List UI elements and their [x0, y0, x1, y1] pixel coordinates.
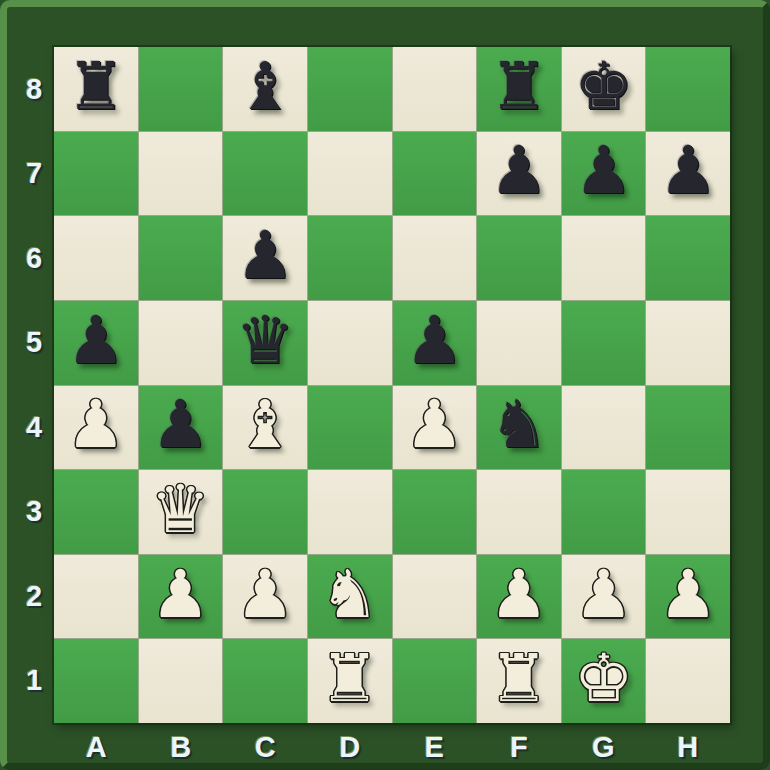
piece-white-pawn[interactable]: ♟: [235, 562, 294, 628]
square-f3[interactable]: [477, 470, 561, 554]
piece-black-knight[interactable]: ♞: [489, 392, 548, 458]
square-a5[interactable]: ♟: [54, 301, 138, 385]
square-b7[interactable]: [139, 132, 223, 216]
square-b6[interactable]: [139, 216, 223, 300]
square-d6[interactable]: [308, 216, 392, 300]
square-h5[interactable]: [646, 301, 730, 385]
piece-black-queen[interactable]: ♛: [235, 308, 294, 374]
rank-label-2: 2: [14, 554, 54, 639]
piece-white-pawn[interactable]: ♟: [405, 392, 464, 458]
square-a2[interactable]: [54, 555, 138, 639]
square-c2[interactable]: ♟: [223, 555, 307, 639]
square-c6[interactable]: ♟: [223, 216, 307, 300]
square-b2[interactable]: ♟: [139, 555, 223, 639]
square-a7[interactable]: [54, 132, 138, 216]
square-c5[interactable]: ♛: [223, 301, 307, 385]
piece-white-pawn[interactable]: ♟: [66, 392, 125, 458]
square-h6[interactable]: [646, 216, 730, 300]
piece-white-king[interactable]: ♚: [574, 646, 633, 712]
square-h8[interactable]: [646, 47, 730, 131]
square-d8[interactable]: [308, 47, 392, 131]
square-e3[interactable]: [393, 470, 477, 554]
square-a3[interactable]: [54, 470, 138, 554]
square-e4[interactable]: ♟: [393, 386, 477, 470]
square-a8[interactable]: ♜: [54, 47, 138, 131]
rank-label-5: 5: [14, 301, 54, 386]
square-e8[interactable]: [393, 47, 477, 131]
square-g4[interactable]: [562, 386, 646, 470]
square-c3[interactable]: [223, 470, 307, 554]
square-h3[interactable]: [646, 470, 730, 554]
square-h1[interactable]: [646, 639, 730, 723]
piece-white-pawn[interactable]: ♟: [489, 562, 548, 628]
square-g6[interactable]: [562, 216, 646, 300]
square-d7[interactable]: [308, 132, 392, 216]
piece-black-rook[interactable]: ♜: [489, 54, 548, 120]
square-b3[interactable]: ♛: [139, 470, 223, 554]
square-g5[interactable]: [562, 301, 646, 385]
piece-white-pawn[interactable]: ♟: [151, 562, 210, 628]
square-a4[interactable]: ♟: [54, 386, 138, 470]
square-d3[interactable]: [308, 470, 392, 554]
rank-label-8: 8: [14, 47, 54, 132]
square-d4[interactable]: [308, 386, 392, 470]
rank-labels: 87654321: [14, 47, 54, 723]
file-label-g: G: [561, 725, 646, 769]
square-c8[interactable]: ♝: [223, 47, 307, 131]
piece-white-rook[interactable]: ♜: [320, 646, 379, 712]
file-label-h: H: [646, 725, 731, 769]
square-g2[interactable]: ♟: [562, 555, 646, 639]
file-label-b: B: [139, 725, 224, 769]
piece-black-king[interactable]: ♚: [574, 54, 633, 120]
rank-label-4: 4: [14, 385, 54, 470]
piece-black-pawn[interactable]: ♟: [235, 223, 294, 289]
square-d2[interactable]: ♞: [308, 555, 392, 639]
square-c4[interactable]: ♝: [223, 386, 307, 470]
square-b1[interactable]: [139, 639, 223, 723]
file-labels: ABCDEFGH: [54, 725, 730, 769]
rank-label-1: 1: [14, 639, 54, 724]
file-label-c: C: [223, 725, 308, 769]
square-c7[interactable]: [223, 132, 307, 216]
square-e6[interactable]: [393, 216, 477, 300]
square-g1[interactable]: ♚: [562, 639, 646, 723]
rank-label-7: 7: [14, 132, 54, 217]
piece-white-bishop[interactable]: ♝: [235, 392, 294, 458]
square-b4[interactable]: ♟: [139, 386, 223, 470]
rank-label-3: 3: [14, 470, 54, 555]
square-g7[interactable]: ♟: [562, 132, 646, 216]
piece-black-bishop[interactable]: ♝: [235, 54, 294, 120]
square-c1[interactable]: [223, 639, 307, 723]
square-f1[interactable]: ♜: [477, 639, 561, 723]
square-d5[interactable]: [308, 301, 392, 385]
piece-black-pawn[interactable]: ♟: [659, 138, 718, 204]
square-f5[interactable]: [477, 301, 561, 385]
rank-label-6: 6: [14, 216, 54, 301]
square-e1[interactable]: [393, 639, 477, 723]
square-a1[interactable]: [54, 639, 138, 723]
square-f7[interactable]: ♟: [477, 132, 561, 216]
square-f8[interactable]: ♜: [477, 47, 561, 131]
piece-white-knight[interactable]: ♞: [320, 562, 379, 628]
square-h2[interactable]: ♟: [646, 555, 730, 639]
square-e7[interactable]: [393, 132, 477, 216]
file-label-f: F: [477, 725, 562, 769]
piece-black-rook[interactable]: ♜: [66, 54, 125, 120]
square-e2[interactable]: [393, 555, 477, 639]
square-f4[interactable]: ♞: [477, 386, 561, 470]
square-g8[interactable]: ♚: [562, 47, 646, 131]
file-label-d: D: [308, 725, 393, 769]
piece-black-pawn[interactable]: ♟: [489, 138, 548, 204]
piece-black-pawn[interactable]: ♟: [151, 392, 210, 458]
piece-white-rook[interactable]: ♜: [489, 646, 548, 712]
file-label-a: A: [54, 725, 139, 769]
square-h4[interactable]: [646, 386, 730, 470]
square-g3[interactable]: [562, 470, 646, 554]
square-f6[interactable]: [477, 216, 561, 300]
board-frame: 87654321 ♜♝♜♚♟♟♟♟♟♛♟♟♟♝♟♞♛♟♟♞♟♟♟♜♜♚ ABCD…: [0, 0, 770, 770]
chess-board: ♜♝♜♚♟♟♟♟♟♛♟♟♟♝♟♞♛♟♟♞♟♟♟♜♜♚: [54, 47, 730, 723]
square-a6[interactable]: [54, 216, 138, 300]
square-f2[interactable]: ♟: [477, 555, 561, 639]
piece-white-pawn[interactable]: ♟: [659, 562, 718, 628]
square-b5[interactable]: [139, 301, 223, 385]
square-e5[interactable]: ♟: [393, 301, 477, 385]
piece-white-queen[interactable]: ♛: [151, 477, 210, 543]
square-d1[interactable]: ♜: [308, 639, 392, 723]
square-b8[interactable]: [139, 47, 223, 131]
piece-black-pawn[interactable]: ♟: [574, 138, 633, 204]
file-label-e: E: [392, 725, 477, 769]
square-h7[interactable]: ♟: [646, 132, 730, 216]
piece-black-pawn[interactable]: ♟: [405, 308, 464, 374]
piece-black-pawn[interactable]: ♟: [66, 308, 125, 374]
piece-white-pawn[interactable]: ♟: [574, 562, 633, 628]
